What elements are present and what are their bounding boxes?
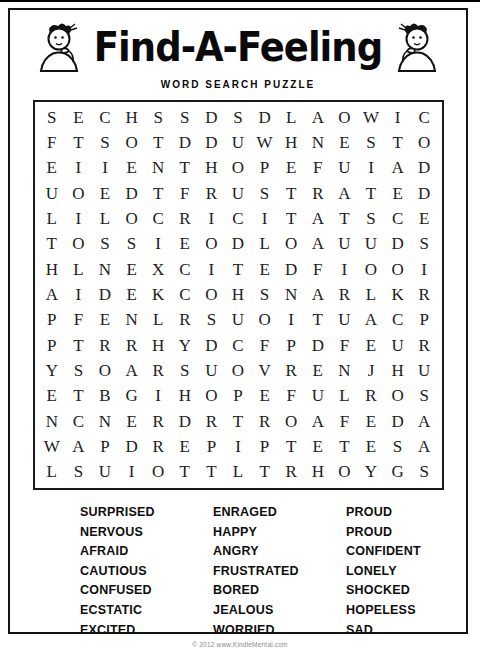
grid-cell[interactable]: H [225,282,252,307]
grid-cell[interactable]: G [384,460,411,485]
grid-cell[interactable]: S [92,232,119,257]
grid-cell[interactable]: E [358,434,385,459]
grid-cell[interactable]: S [39,105,66,130]
grid-cell[interactable]: L [145,308,172,333]
word-item: FRUSTRATED [213,562,346,582]
grid-cell[interactable]: S [225,105,252,130]
grid-cell[interactable]: C [65,409,92,434]
word-item: ANGRY [213,542,346,562]
grid-cell[interactable]: H [384,358,411,383]
grid-cell[interactable]: I [65,282,92,307]
grid-cell[interactable]: E [118,257,145,282]
grid-cell[interactable]: U [358,232,385,257]
grid-cell[interactable]: C [225,206,252,231]
grid-cell[interactable]: P [278,333,305,358]
grid-cell[interactable]: T [172,460,199,485]
grid-cell[interactable]: S [65,358,92,383]
grid-cell[interactable]: R [198,181,225,206]
grid-cell[interactable]: R [278,358,305,383]
grid-cell[interactable]: E [92,181,119,206]
grid-cell[interactable]: S [145,105,172,130]
grid-cell[interactable]: D [92,282,119,307]
grid-cell[interactable]: U [331,232,358,257]
grid-cell[interactable]: I [278,308,305,333]
grid-cell[interactable]: H [278,130,305,155]
grid-cell[interactable]: R [358,384,385,409]
word-item: WORRIED [213,621,346,641]
grid-cell[interactable]: C [145,206,172,231]
grid-cell[interactable]: I [145,232,172,257]
grid-cell[interactable]: I [384,105,411,130]
grid-cell[interactable]: F [172,181,199,206]
grid-cell[interactable]: T [65,130,92,155]
grid-cell[interactable]: W [358,105,385,130]
grid-cell[interactable]: C [172,282,199,307]
grid-cell[interactable]: E [92,308,119,333]
grid-cell[interactable]: C [384,308,411,333]
grid-cell[interactable]: D [198,105,225,130]
grid-cell[interactable]: D [251,105,278,130]
grid-cell[interactable]: I [65,206,92,231]
grid-cell[interactable]: A [118,358,145,383]
grid-cell[interactable]: T [331,206,358,231]
grid-cell[interactable]: D [198,333,225,358]
grid-cell[interactable]: O [198,282,225,307]
grid-cell[interactable]: T [331,434,358,459]
grid-cell[interactable]: T [65,384,92,409]
grid-cell[interactable]: R [172,206,199,231]
grid-cell[interactable]: S [411,384,438,409]
grid-cell[interactable]: A [305,206,332,231]
grid-cell[interactable]: E [411,206,438,231]
grid-cell[interactable]: S [251,181,278,206]
grid-cell[interactable]: E [65,105,92,130]
copyright-text: © 2012 www.KindleMental.com [0,641,480,648]
grid-cell[interactable]: E [118,409,145,434]
grid-cell[interactable]: A [305,105,332,130]
word-item: HAPPY [213,523,346,543]
grid-cell[interactable]: S [358,130,385,155]
grid-cell[interactable]: O [198,384,225,409]
grid-cell[interactable]: R [145,409,172,434]
word-item: AFRAID [80,542,213,562]
grid-cell[interactable]: O [198,232,225,257]
word-item: LONELY [346,562,421,582]
grid-cell[interactable]: A [358,308,385,333]
grid-cell[interactable]: L [92,206,119,231]
grid-cell[interactable]: L [358,282,385,307]
grid-cell[interactable]: D [384,232,411,257]
word-item: PROUD [346,523,421,543]
grid-cell[interactable]: P [92,434,119,459]
word-list-column-1: SURPRISEDNERVOUSAFRAIDCAUTIOUSCONFUSEDEC… [80,503,213,640]
grid-cell[interactable]: S [411,232,438,257]
grid-cell[interactable]: L [331,384,358,409]
grid-cell[interactable]: F [39,130,66,155]
grid-cell[interactable]: E [172,232,199,257]
grid-cell[interactable]: N [278,282,305,307]
grid-cell[interactable]: I [358,156,385,181]
grid-cell[interactable]: R [251,409,278,434]
grid-cell[interactable]: A [65,434,92,459]
grid-cell[interactable]: F [305,257,332,282]
grid-cell[interactable]: P [251,434,278,459]
page-frame: Find-A-Feeling WORD SEARCH PUZZLE SECHSS… [8,8,468,634]
grid-cell[interactable]: I [145,384,172,409]
grid-cell[interactable]: R [198,409,225,434]
grid-cell[interactable]: O [331,460,358,485]
grid-cell[interactable]: F [65,308,92,333]
grid-cell[interactable]: S [358,206,385,231]
header: Find-A-Feeling [10,16,466,78]
word-item: CONFIDENT [346,542,421,562]
grid-cell[interactable]: U [331,156,358,181]
grid-cell[interactable]: V [251,358,278,383]
grid-cell[interactable]: O [225,156,252,181]
grid-cell[interactable]: O [118,206,145,231]
grid-cell[interactable]: E [172,434,199,459]
word-item: SHOCKED [346,581,421,601]
grid-cell[interactable]: F [331,333,358,358]
grid-cell[interactable]: T [172,156,199,181]
grid-cell[interactable]: N [92,257,119,282]
grid-cell[interactable]: A [331,181,358,206]
grid-cell[interactable]: C [92,105,119,130]
grid-cell[interactable]: R [278,460,305,485]
word-item: SURPRISED [80,503,213,523]
grid-cell[interactable]: S [384,434,411,459]
grid-cell[interactable]: E [358,409,385,434]
grid-cell[interactable]: O [118,130,145,155]
grid-cell[interactable]: N [305,130,332,155]
grid-cell[interactable]: E [251,384,278,409]
grid-cell[interactable]: E [305,434,332,459]
grid-cell[interactable]: S [118,232,145,257]
grid-cell[interactable]: T [225,409,252,434]
grid-cell[interactable]: T [305,308,332,333]
word-item: ENRAGED [213,503,346,523]
grid-cell[interactable]: I [411,257,438,282]
grid-cell[interactable]: T [145,130,172,155]
grid-cell[interactable]: G [118,384,145,409]
grid-cell[interactable]: T [358,181,385,206]
grid-cell[interactable]: R [411,282,438,307]
word-item: ECSTATIC [80,601,213,621]
grid-cell[interactable]: I [251,206,278,231]
grid-cell[interactable]: F [305,156,332,181]
grid-cell[interactable]: C [411,105,438,130]
grid-cell[interactable]: U [39,181,66,206]
grid-cell[interactable]: S [172,358,199,383]
grid-cell[interactable]: S [198,308,225,333]
grid-cell[interactable]: O [65,181,92,206]
grid-cell[interactable]: N [39,409,66,434]
grid-cell[interactable]: O [251,308,278,333]
grid-cell[interactable]: E [384,181,411,206]
word-item: JEALOUS [213,601,346,621]
grid-cell[interactable]: D [118,434,145,459]
grid-cell[interactable]: D [384,409,411,434]
word-list-column-2: ENRAGEDHAPPYANGRYFRUSTRATEDBOREDJEALOUSW… [213,503,346,640]
grid-cell[interactable]: O [384,384,411,409]
grid-cell[interactable]: U [384,333,411,358]
grid-cell[interactable]: P [39,333,66,358]
grid-cell[interactable]: P [225,384,252,409]
grid-cell[interactable]: T [198,460,225,485]
grid-cell[interactable]: Y [172,333,199,358]
grid-cell[interactable]: L [278,105,305,130]
grid-cell[interactable]: N [145,156,172,181]
grid-cell[interactable]: U [92,460,119,485]
grid-cell[interactable]: L [65,257,92,282]
grid-cell[interactable]: T [384,130,411,155]
grid-cell[interactable]: P [39,308,66,333]
grid-cell[interactable]: R [172,308,199,333]
grid-cell[interactable]: D [172,409,199,434]
grid-cell[interactable]: I [198,206,225,231]
grid-cell[interactable]: U [225,308,252,333]
grid-cell[interactable]: D [225,232,252,257]
grid-cell[interactable]: E [39,384,66,409]
grid-cell[interactable]: E [251,257,278,282]
grid-cell[interactable]: L [251,232,278,257]
grid-cell[interactable]: L [39,460,66,485]
grid-cell[interactable]: S [172,105,199,130]
grid-cell[interactable]: C [225,333,252,358]
grid-cell[interactable]: A [305,282,332,307]
thinking-kid-icon [36,22,82,72]
word-list: SURPRISEDNERVOUSAFRAIDCAUTIOUSCONFUSEDEC… [10,503,466,640]
grid-cell[interactable]: H [172,384,199,409]
grid-cell[interactable]: U [198,358,225,383]
grid-cell[interactable]: O [358,257,385,282]
grid-cell[interactable]: D [411,181,438,206]
grid-cell[interactable]: E [305,358,332,383]
grid-cell[interactable]: O [145,460,172,485]
grid-cell[interactable]: O [331,105,358,130]
grid-cell[interactable]: I [198,257,225,282]
grid-cell[interactable]: F [331,409,358,434]
grid-cell[interactable]: N [331,358,358,383]
grid-cell[interactable]: R [411,333,438,358]
grid-cell[interactable]: D [118,181,145,206]
grid-cell[interactable]: H [198,156,225,181]
scan-edge [0,0,480,2]
grid-cell[interactable]: P [251,156,278,181]
grid-cell[interactable]: A [305,409,332,434]
grid-cell[interactable]: O [411,130,438,155]
grid-cell[interactable]: P [198,434,225,459]
grid-cell[interactable]: B [92,384,119,409]
grid-cell[interactable]: S [251,282,278,307]
grid-cell[interactable]: I [331,257,358,282]
grid-cell[interactable]: S [92,130,119,155]
grid-cell[interactable]: U [331,308,358,333]
grid-cell[interactable]: R [331,282,358,307]
grid-cell[interactable]: H [39,257,66,282]
word-item: CAUTIOUS [80,562,213,582]
grid-cell[interactable]: O [278,232,305,257]
grid-cell[interactable]: R [92,333,119,358]
grid-cell[interactable]: O [92,358,119,383]
grid-cell[interactable]: N [92,409,119,434]
puzzle-title: Find-A-Feeling [94,24,382,70]
grid-cell[interactable]: D [278,257,305,282]
word-item: HOPELESS [346,601,421,621]
grid-cell[interactable]: D [411,156,438,181]
grid-cell[interactable]: S [411,460,438,485]
grid-cell[interactable]: L [225,460,252,485]
word-item: NERVOUS [80,523,213,543]
grid-cell[interactable]: A [411,409,438,434]
grid-cell[interactable]: D [198,130,225,155]
grid-cell[interactable]: E [358,333,385,358]
grid-cell[interactable]: T [39,232,66,257]
grid-cell[interactable]: A [305,232,332,257]
grid-cell[interactable]: A [411,434,438,459]
grid-cell[interactable]: P [411,308,438,333]
grid-cell[interactable]: T [278,206,305,231]
puzzle-subtitle: WORD SEARCH PUZZLE [10,79,466,90]
grid-cell[interactable]: O [384,257,411,282]
grid-cell[interactable]: U [225,130,252,155]
grid-cell[interactable]: E [118,282,145,307]
grid-cell[interactable]: C [384,206,411,231]
grid-cell[interactable]: O [65,232,92,257]
word-item: EXCITED [80,621,213,641]
grid-cell[interactable]: R [145,434,172,459]
grid-cell[interactable]: K [145,282,172,307]
word-item: SAD [346,621,421,641]
word-item: PROUD [346,503,421,523]
grid-cell[interactable]: D [305,333,332,358]
grid-cell[interactable]: D [172,130,199,155]
grid-cell[interactable]: R [145,358,172,383]
grid-cell[interactable]: O [278,409,305,434]
grid-cell[interactable]: W [39,434,66,459]
grid-cell[interactable]: Y [358,460,385,485]
grid-cell[interactable]: K [384,282,411,307]
word-search-grid: SECHSSDSDLAOWICFTSOTDDUWHNESTOEIIENTHOPE… [33,100,444,490]
grid-cell[interactable]: S [65,460,92,485]
grid-cell[interactable]: T [225,257,252,282]
grid-cell[interactable]: I [118,460,145,485]
grid-cell[interactable]: H [118,105,145,130]
word-item: CONFUSED [80,581,213,601]
grid-cell[interactable]: A [384,156,411,181]
grid-cell[interactable]: T [278,181,305,206]
grid-cell[interactable]: H [145,333,172,358]
grid-cell[interactable]: O [225,358,252,383]
grid-cell[interactable]: R [118,333,145,358]
grid-cell[interactable]: U [305,384,332,409]
thinking-kid-icon [394,22,440,72]
grid-cell[interactable]: E [331,130,358,155]
grid-cell[interactable]: E [39,156,66,181]
grid-cell[interactable]: F [278,384,305,409]
grid-cell[interactable]: T [278,434,305,459]
grid-cell[interactable]: T [65,333,92,358]
grid-cell[interactable]: E [118,156,145,181]
grid-cell[interactable]: N [118,308,145,333]
grid-cell[interactable]: I [225,434,252,459]
grid-cell[interactable]: J [358,358,385,383]
grid-cell[interactable]: T [251,460,278,485]
worksheet-page: Find-A-Feeling WORD SEARCH PUZZLE SECHSS… [0,0,480,650]
grid-cell[interactable]: F [251,333,278,358]
grid-cell[interactable]: H [305,460,332,485]
grid-cell[interactable]: E [278,156,305,181]
grid-cell[interactable]: I [92,156,119,181]
word-item: BORED [213,581,346,601]
grid-cell[interactable]: C [172,257,199,282]
grid-cell[interactable]: W [251,130,278,155]
grid-cell[interactable]: U [411,358,438,383]
grid-cell[interactable]: L [39,206,66,231]
grid-cell[interactable]: I [65,156,92,181]
grid-cell[interactable]: Y [39,358,66,383]
word-list-column-3: PROUDPROUDCONFIDENTLONELYSHOCKEDHOPELESS… [346,503,421,640]
grid-cell[interactable]: T [145,181,172,206]
grid-cell[interactable]: X [145,257,172,282]
grid-cell[interactable]: A [39,282,66,307]
grid-cell[interactable]: U [225,181,252,206]
grid-cell[interactable]: R [305,181,332,206]
